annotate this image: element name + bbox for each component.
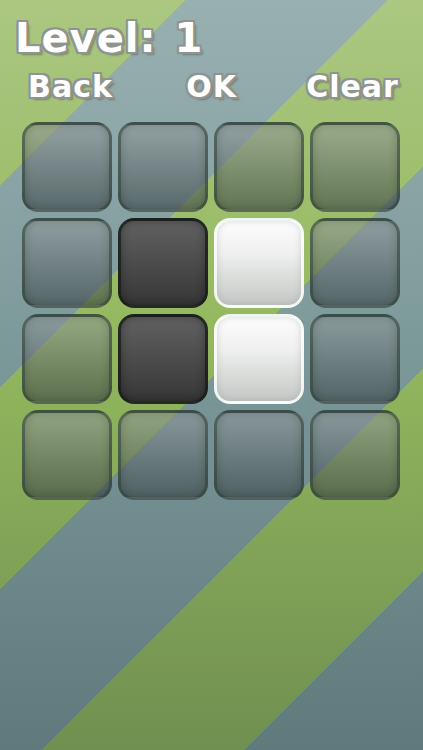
tile-r2c3-white[interactable] [214,218,304,308]
back-button[interactable]: Back [0,70,141,105]
tile-r3c2-black[interactable] [118,314,208,404]
tile-r1c3-empty[interactable] [214,122,304,212]
level-indicator: Level:1 [15,16,203,60]
game-screen: Level:1 Back OK Clear [0,0,423,750]
tile-r2c4-empty[interactable] [310,218,400,308]
tile-r2c1-empty[interactable] [22,218,112,308]
clear-button[interactable]: Clear [282,70,423,105]
tile-r3c1-empty[interactable] [22,314,112,404]
tile-r4c4-empty[interactable] [310,410,400,500]
level-value: 1 [175,15,204,61]
toolbar: Back OK Clear [0,70,423,105]
tile-r3c4-empty[interactable] [310,314,400,404]
puzzle-board [22,122,400,500]
tile-r1c1-empty[interactable] [22,122,112,212]
tile-r1c2-empty[interactable] [118,122,208,212]
tile-r4c1-empty[interactable] [22,410,112,500]
tile-r3c3-white[interactable] [214,314,304,404]
tile-r4c3-empty[interactable] [214,410,304,500]
level-label: Level: [15,15,157,61]
tile-r2c2-black[interactable] [118,218,208,308]
tile-r4c2-empty[interactable] [118,410,208,500]
tile-r1c4-empty[interactable] [310,122,400,212]
ok-button[interactable]: OK [141,70,282,105]
